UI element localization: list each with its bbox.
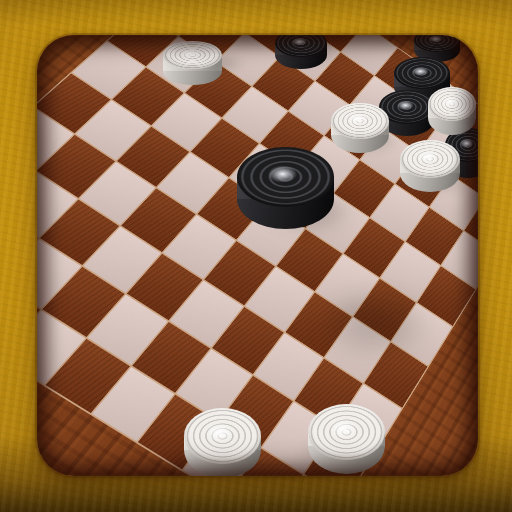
checker-piece-white[interactable]: [400, 140, 460, 192]
checker-piece-white[interactable]: [163, 41, 222, 85]
checker-piece-black[interactable]: [275, 35, 327, 69]
piece-top-rings: [331, 103, 389, 139]
piece-top-rings: [163, 41, 222, 69]
piece-top-rings: [428, 87, 476, 121]
screenshot-stage: [0, 0, 512, 512]
checker-piece-black[interactable]: [237, 147, 334, 229]
piece-top-rings: [400, 140, 460, 178]
piece-top-rings: [308, 404, 385, 460]
checker-piece-white[interactable]: [184, 408, 261, 476]
checker-piece-white[interactable]: [308, 404, 385, 474]
piece-top-rings: [237, 147, 334, 207]
checker-piece-white[interactable]: [428, 87, 476, 135]
checkers-app-icon[interactable]: [37, 35, 478, 476]
checker-piece-white[interactable]: [331, 103, 389, 153]
piece-top-rings: [184, 408, 261, 464]
board-blob-shadow: [313, 287, 433, 361]
piece-top-rings: [394, 57, 450, 89]
